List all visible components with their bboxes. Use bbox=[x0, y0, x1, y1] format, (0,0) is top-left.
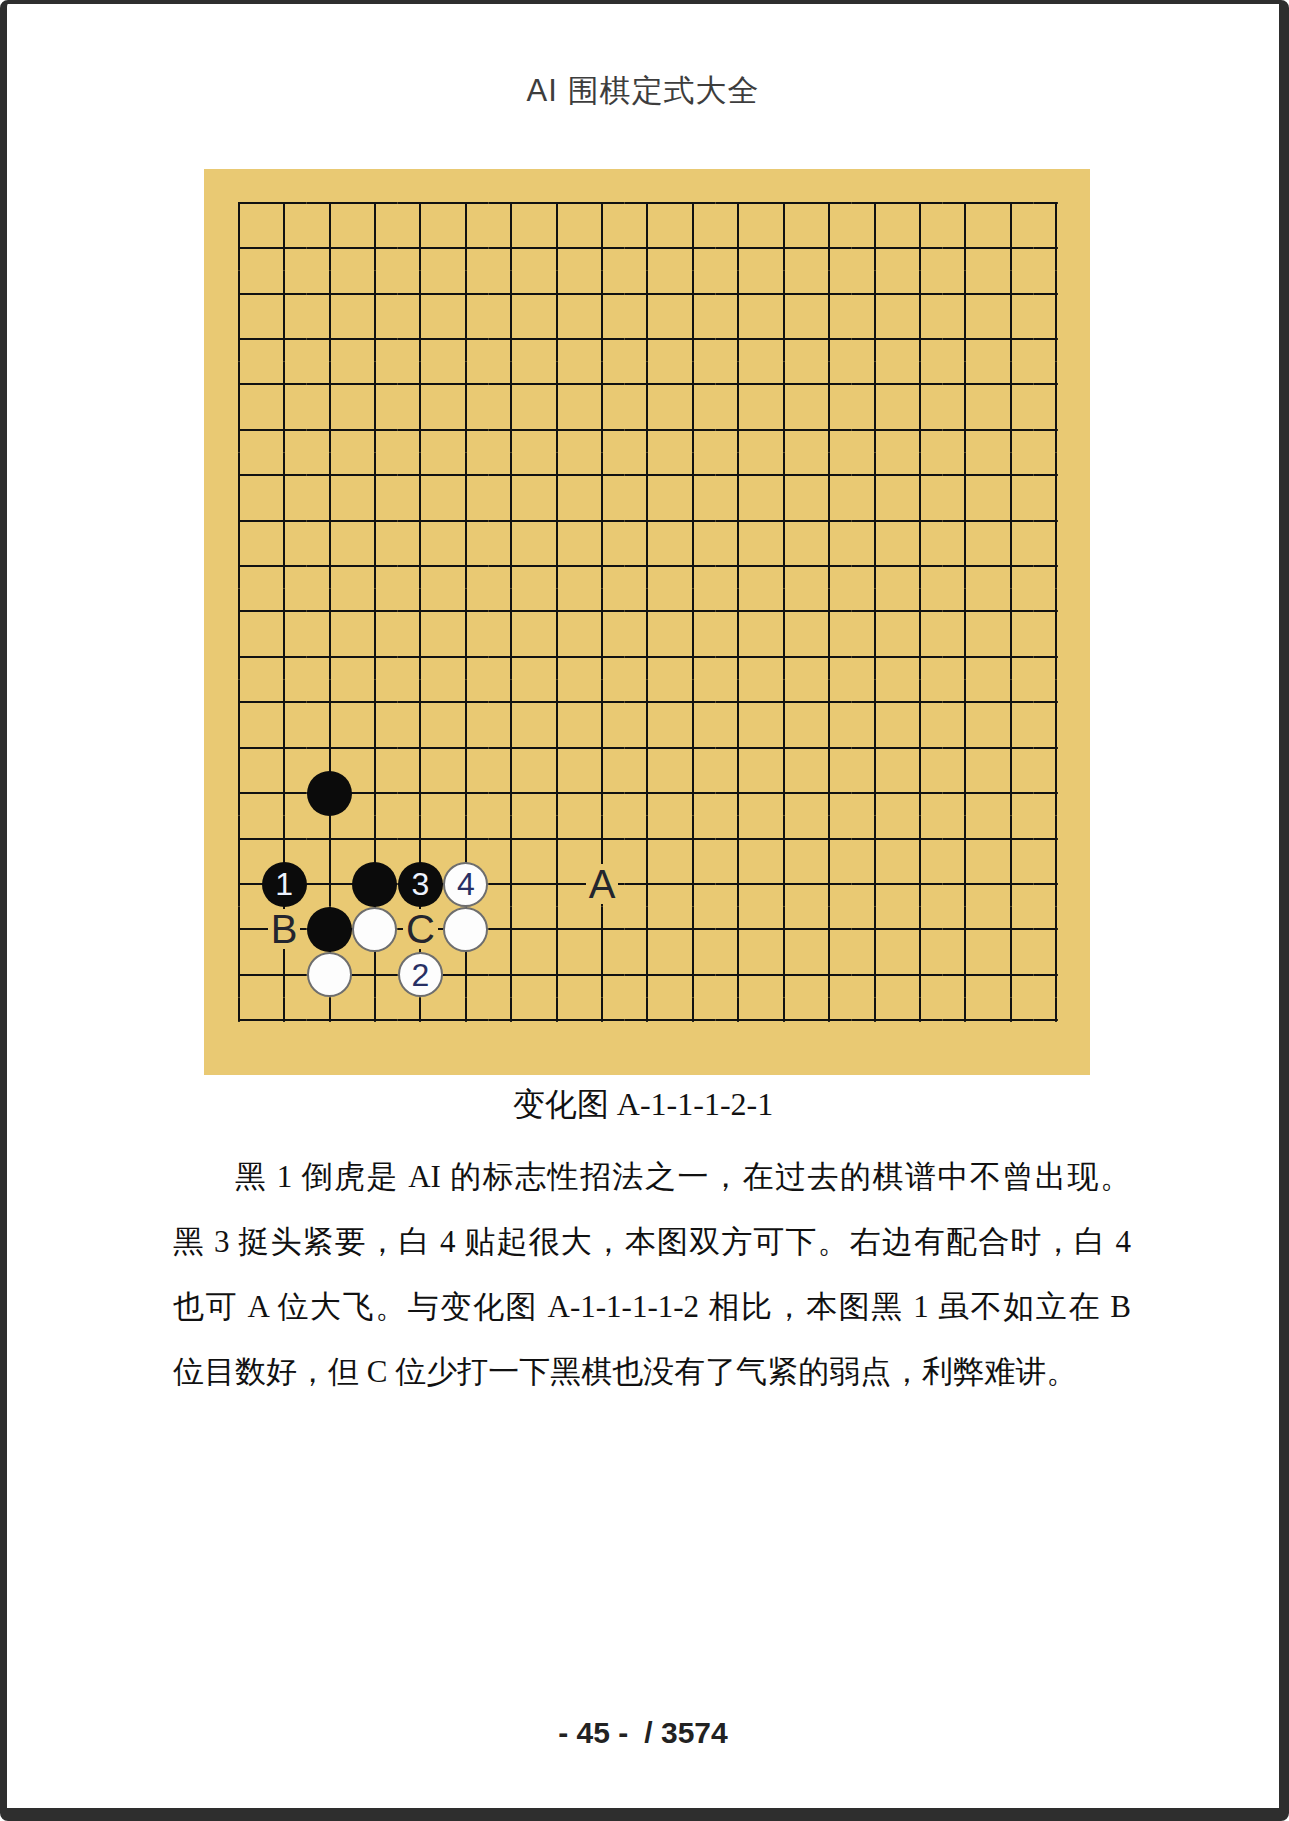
page-header-title: AI 围棋定式大全 bbox=[7, 72, 1279, 110]
board-intersection bbox=[716, 543, 761, 588]
board-intersection bbox=[261, 998, 306, 1043]
board-intersection bbox=[625, 589, 670, 634]
board-intersection bbox=[625, 225, 670, 270]
board-intersection bbox=[443, 998, 488, 1043]
board-intersection bbox=[307, 725, 352, 770]
board-intersection bbox=[625, 998, 670, 1043]
board-intersection bbox=[670, 998, 715, 1043]
board-intersection bbox=[261, 362, 306, 407]
commentary-line: 也可 A 位大飞。与变化图 A-1-1-1-1-2 相比，本图黑 1 虽不如立在… bbox=[173, 1274, 1131, 1339]
board-intersection: 3 bbox=[398, 861, 443, 906]
board-intersection bbox=[988, 907, 1033, 952]
stone-number: 2 bbox=[411, 959, 429, 991]
board-intersection bbox=[761, 907, 806, 952]
board-intersection bbox=[670, 952, 715, 997]
board-intersection bbox=[716, 316, 761, 361]
board-intersection bbox=[988, 225, 1033, 270]
board-intersection bbox=[943, 725, 988, 770]
board-intersection bbox=[988, 180, 1033, 225]
board-intersection bbox=[670, 816, 715, 861]
footer-page-number: - 45 - bbox=[558, 1716, 628, 1750]
board-intersection bbox=[489, 180, 534, 225]
board-intersection bbox=[398, 634, 443, 679]
board-intersection bbox=[352, 316, 397, 361]
stone-number: 4 bbox=[457, 868, 475, 900]
point-label: C bbox=[403, 909, 438, 949]
board-intersection bbox=[579, 680, 624, 725]
board-intersection bbox=[579, 634, 624, 679]
board-intersection bbox=[307, 816, 352, 861]
point-label: A bbox=[586, 864, 619, 904]
board-intersection bbox=[625, 634, 670, 679]
board-intersection bbox=[216, 225, 261, 270]
board-intersection bbox=[716, 634, 761, 679]
board-intersection bbox=[806, 634, 851, 679]
board-intersection bbox=[716, 407, 761, 452]
board-intersection bbox=[352, 453, 397, 498]
board-intersection bbox=[988, 316, 1033, 361]
board-intersection bbox=[534, 861, 579, 906]
board-intersection bbox=[943, 907, 988, 952]
board-intersection bbox=[897, 362, 942, 407]
board-intersection bbox=[670, 316, 715, 361]
board-intersection bbox=[398, 543, 443, 588]
page-footer: - 45 - / 3574 bbox=[7, 1716, 1279, 1750]
board-intersection bbox=[852, 407, 897, 452]
board-intersection bbox=[216, 680, 261, 725]
board-intersection bbox=[1034, 861, 1079, 906]
board-intersection bbox=[1034, 907, 1079, 952]
board-intersection bbox=[534, 770, 579, 815]
board-intersection bbox=[398, 998, 443, 1043]
board-intersection bbox=[1034, 543, 1079, 588]
board-intersection bbox=[988, 634, 1033, 679]
board-intersection bbox=[489, 589, 534, 634]
board-intersection bbox=[716, 952, 761, 997]
board-intersection bbox=[625, 680, 670, 725]
board-intersection bbox=[897, 816, 942, 861]
board-intersection bbox=[852, 271, 897, 316]
board-intersection bbox=[806, 680, 851, 725]
board-intersection bbox=[261, 952, 306, 997]
board-intersection bbox=[443, 271, 488, 316]
board-intersection bbox=[806, 407, 851, 452]
board-intersection bbox=[897, 952, 942, 997]
board-intersection bbox=[852, 816, 897, 861]
board-intersection bbox=[806, 589, 851, 634]
board-intersection bbox=[761, 861, 806, 906]
board-intersection bbox=[670, 225, 715, 270]
board-intersection bbox=[534, 634, 579, 679]
board-intersection bbox=[1034, 498, 1079, 543]
board-intersection bbox=[489, 998, 534, 1043]
board-intersection bbox=[625, 770, 670, 815]
board-intersection bbox=[261, 225, 306, 270]
board-intersection bbox=[943, 543, 988, 588]
board-intersection bbox=[261, 180, 306, 225]
board-intersection bbox=[352, 816, 397, 861]
board-intersection bbox=[489, 952, 534, 997]
board-intersection bbox=[897, 589, 942, 634]
board-intersection bbox=[352, 362, 397, 407]
board-intersection bbox=[443, 498, 488, 543]
board-intersection bbox=[307, 362, 352, 407]
board-intersection bbox=[489, 543, 534, 588]
board-intersection bbox=[670, 589, 715, 634]
board-intersection bbox=[398, 589, 443, 634]
board-intersection bbox=[579, 589, 624, 634]
board-intersection bbox=[852, 362, 897, 407]
board-intersection bbox=[261, 725, 306, 770]
board-intersection bbox=[443, 362, 488, 407]
board-intersection bbox=[398, 453, 443, 498]
board-intersection bbox=[1034, 952, 1079, 997]
board-intersection bbox=[534, 362, 579, 407]
board-intersection bbox=[443, 180, 488, 225]
board-intersection bbox=[988, 770, 1033, 815]
board-intersection bbox=[1034, 816, 1079, 861]
board-intersection bbox=[579, 725, 624, 770]
board-intersection bbox=[943, 498, 988, 543]
board-intersection bbox=[489, 362, 534, 407]
board-intersection bbox=[852, 589, 897, 634]
board-intersection bbox=[307, 225, 352, 270]
board-intersection bbox=[761, 816, 806, 861]
board-intersection bbox=[489, 907, 534, 952]
board-intersection bbox=[307, 589, 352, 634]
board-intersection bbox=[806, 952, 851, 997]
board-intersection bbox=[1034, 316, 1079, 361]
board-intersection bbox=[216, 952, 261, 997]
board-intersection bbox=[716, 453, 761, 498]
board-intersection bbox=[352, 180, 397, 225]
board-intersection bbox=[443, 952, 488, 997]
board-intersection bbox=[625, 543, 670, 588]
board-intersection bbox=[625, 271, 670, 316]
board-intersection bbox=[261, 589, 306, 634]
board-intersection: 4 bbox=[443, 861, 488, 906]
board-intersection bbox=[625, 952, 670, 997]
board-intersection bbox=[716, 362, 761, 407]
board-intersection bbox=[489, 680, 534, 725]
board-intersection bbox=[261, 634, 306, 679]
board-intersection bbox=[897, 725, 942, 770]
board-intersection bbox=[943, 589, 988, 634]
board-intersection bbox=[398, 225, 443, 270]
board-intersection bbox=[761, 271, 806, 316]
board-intersection bbox=[670, 271, 715, 316]
board-intersection bbox=[307, 543, 352, 588]
white-stone bbox=[307, 952, 352, 997]
board-intersection bbox=[534, 407, 579, 452]
board-intersection bbox=[1034, 407, 1079, 452]
board-intersection bbox=[1034, 725, 1079, 770]
board-intersection bbox=[988, 407, 1033, 452]
board-intersection bbox=[761, 498, 806, 543]
footer-total-pages: / 3574 bbox=[644, 1716, 727, 1750]
board-intersection bbox=[670, 907, 715, 952]
board-intersection bbox=[307, 680, 352, 725]
board-intersection bbox=[489, 271, 534, 316]
board-intersection bbox=[943, 952, 988, 997]
board-intersection bbox=[534, 498, 579, 543]
board-intersection bbox=[579, 907, 624, 952]
board-intersection bbox=[307, 316, 352, 361]
black-stone: 1 bbox=[262, 862, 307, 907]
board-intersection bbox=[761, 316, 806, 361]
board-intersection bbox=[398, 498, 443, 543]
board-intersection bbox=[307, 498, 352, 543]
board-intersection bbox=[579, 453, 624, 498]
board-intersection bbox=[761, 407, 806, 452]
board-intersection bbox=[716, 907, 761, 952]
board-intersection bbox=[852, 453, 897, 498]
board-intersection bbox=[443, 816, 488, 861]
board-intersection bbox=[352, 861, 397, 906]
board-intersection bbox=[1034, 180, 1079, 225]
board-intersection bbox=[988, 998, 1033, 1043]
board-intersection bbox=[1034, 634, 1079, 679]
board-intersection bbox=[352, 271, 397, 316]
board-intersection bbox=[443, 407, 488, 452]
board-intersection bbox=[625, 362, 670, 407]
book-page: AI 围棋定式大全 134ABC2 变化图 A-1-1-1-2-1 黑 1 倒虎… bbox=[0, 0, 1289, 1821]
board-intersection bbox=[988, 453, 1033, 498]
board-intersection bbox=[943, 316, 988, 361]
board-intersection bbox=[943, 998, 988, 1043]
board-intersection bbox=[261, 271, 306, 316]
board-intersection bbox=[216, 770, 261, 815]
board-intersection bbox=[398, 316, 443, 361]
board-intersection bbox=[216, 998, 261, 1043]
board-intersection bbox=[261, 816, 306, 861]
board-intersection bbox=[943, 453, 988, 498]
board-intersection bbox=[761, 634, 806, 679]
board-intersection bbox=[443, 225, 488, 270]
board-intersection bbox=[806, 180, 851, 225]
board-intersection bbox=[579, 271, 624, 316]
board-intersection bbox=[761, 952, 806, 997]
board-intersection bbox=[625, 816, 670, 861]
board-intersection bbox=[307, 952, 352, 997]
board-intersection bbox=[307, 998, 352, 1043]
board-intersection bbox=[806, 225, 851, 270]
board-intersection bbox=[1034, 998, 1079, 1043]
board-intersection bbox=[534, 453, 579, 498]
board-intersection bbox=[352, 407, 397, 452]
board-intersection bbox=[534, 952, 579, 997]
go-board: 134ABC2 bbox=[204, 169, 1090, 1075]
board-intersection: B bbox=[261, 907, 306, 952]
board-intersection bbox=[625, 861, 670, 906]
board-intersection bbox=[806, 271, 851, 316]
board-intersection bbox=[352, 634, 397, 679]
board-intersection bbox=[261, 316, 306, 361]
stone-number: 3 bbox=[411, 868, 429, 900]
board-intersection bbox=[943, 770, 988, 815]
board-intersection bbox=[625, 725, 670, 770]
board-intersection bbox=[534, 180, 579, 225]
board-intersection bbox=[761, 543, 806, 588]
board-intersection bbox=[443, 589, 488, 634]
board-intersection bbox=[943, 362, 988, 407]
board-intersection bbox=[261, 680, 306, 725]
board-intersection bbox=[443, 680, 488, 725]
board-intersection: C bbox=[398, 907, 443, 952]
board-intersection bbox=[988, 589, 1033, 634]
board-intersection bbox=[897, 680, 942, 725]
board-intersection bbox=[625, 453, 670, 498]
board-intersection bbox=[579, 225, 624, 270]
board-intersection bbox=[579, 316, 624, 361]
board-intersection bbox=[352, 952, 397, 997]
board-intersection bbox=[943, 225, 988, 270]
board-intersection bbox=[443, 770, 488, 815]
board-intersection bbox=[806, 907, 851, 952]
board-intersection bbox=[852, 952, 897, 997]
board-intersection bbox=[489, 770, 534, 815]
board-intersection bbox=[943, 680, 988, 725]
board-intersection bbox=[625, 907, 670, 952]
board-intersection bbox=[625, 498, 670, 543]
board-intersection bbox=[806, 498, 851, 543]
board-intersection bbox=[852, 543, 897, 588]
board-intersection bbox=[216, 907, 261, 952]
board-intersection bbox=[443, 725, 488, 770]
board-intersection bbox=[579, 498, 624, 543]
board-intersection bbox=[579, 407, 624, 452]
board-intersection bbox=[943, 634, 988, 679]
board-intersection bbox=[216, 589, 261, 634]
board-intersection bbox=[806, 816, 851, 861]
board-intersection bbox=[352, 543, 397, 588]
board-intersection bbox=[534, 998, 579, 1043]
board-intersection bbox=[443, 907, 488, 952]
board-intersection bbox=[716, 680, 761, 725]
board-intersection bbox=[988, 816, 1033, 861]
commentary-line: 黑 1 倒虎是 AI 的标志性招法之一，在过去的棋谱中不曾出现。 bbox=[173, 1144, 1131, 1209]
board-intersection bbox=[897, 770, 942, 815]
board-intersection bbox=[534, 316, 579, 361]
board-intersection bbox=[988, 680, 1033, 725]
board-intersection bbox=[943, 180, 988, 225]
board-intersection bbox=[716, 770, 761, 815]
board-intersection bbox=[806, 453, 851, 498]
board-intersection bbox=[489, 407, 534, 452]
board-intersection bbox=[261, 543, 306, 588]
board-intersection bbox=[443, 634, 488, 679]
board-intersection bbox=[988, 543, 1033, 588]
board-intersection bbox=[625, 180, 670, 225]
board-intersection bbox=[489, 861, 534, 906]
board-intersection bbox=[216, 498, 261, 543]
board-intersection bbox=[352, 725, 397, 770]
board-intersection bbox=[761, 362, 806, 407]
board-intersection bbox=[307, 180, 352, 225]
board-intersection bbox=[761, 680, 806, 725]
board-intersection bbox=[852, 861, 897, 906]
board-intersection bbox=[307, 861, 352, 906]
board-intersection bbox=[716, 816, 761, 861]
board-intersection bbox=[806, 998, 851, 1043]
board-intersection bbox=[489, 225, 534, 270]
board-intersection bbox=[852, 180, 897, 225]
board-intersection: A bbox=[579, 861, 624, 906]
board-intersection bbox=[852, 770, 897, 815]
board-intersection bbox=[716, 271, 761, 316]
board-intersection bbox=[716, 498, 761, 543]
board-intersection bbox=[1034, 362, 1079, 407]
board-intersection bbox=[761, 998, 806, 1043]
board-intersection bbox=[352, 225, 397, 270]
board-intersection bbox=[852, 680, 897, 725]
board-intersection bbox=[579, 998, 624, 1043]
board-intersection bbox=[988, 725, 1033, 770]
board-intersection bbox=[398, 180, 443, 225]
board-intersection bbox=[806, 362, 851, 407]
board-intersection bbox=[988, 952, 1033, 997]
white-stone bbox=[443, 907, 488, 952]
board-intersection bbox=[216, 543, 261, 588]
board-intersection bbox=[852, 316, 897, 361]
diagram-caption: 变化图 A-1-1-1-2-1 bbox=[7, 1086, 1279, 1122]
board-intersection bbox=[670, 180, 715, 225]
board-intersection bbox=[897, 271, 942, 316]
commentary-paragraph: 黑 1 倒虎是 AI 的标志性招法之一，在过去的棋谱中不曾出现。黑 3 挺头紧要… bbox=[173, 1144, 1131, 1404]
board-intersection bbox=[1034, 770, 1079, 815]
board-intersection bbox=[398, 680, 443, 725]
board-intersection bbox=[534, 225, 579, 270]
board-intersection bbox=[897, 543, 942, 588]
board-intersection bbox=[716, 998, 761, 1043]
board-intersection bbox=[534, 907, 579, 952]
board-intersection bbox=[216, 725, 261, 770]
board-intersection bbox=[216, 271, 261, 316]
board-intersection bbox=[1034, 453, 1079, 498]
board-intersection bbox=[897, 316, 942, 361]
board-intersection bbox=[534, 725, 579, 770]
board-intersection bbox=[579, 770, 624, 815]
board-intersection bbox=[307, 634, 352, 679]
board-intersection bbox=[897, 453, 942, 498]
board-intersection bbox=[579, 543, 624, 588]
black-stone bbox=[352, 862, 397, 907]
board-intersection bbox=[534, 589, 579, 634]
board-intersection bbox=[261, 498, 306, 543]
board-intersection bbox=[352, 589, 397, 634]
board-intersection bbox=[670, 680, 715, 725]
board-intersection bbox=[806, 316, 851, 361]
board-intersection bbox=[988, 362, 1033, 407]
board-intersection bbox=[352, 998, 397, 1043]
board-intersection bbox=[943, 816, 988, 861]
board-intersection bbox=[897, 861, 942, 906]
board-intersection bbox=[579, 952, 624, 997]
board-intersection bbox=[761, 180, 806, 225]
board-intersection bbox=[216, 634, 261, 679]
board-intersection bbox=[625, 316, 670, 361]
board-intersection bbox=[988, 498, 1033, 543]
board-intersection bbox=[761, 770, 806, 815]
board-intersection bbox=[352, 680, 397, 725]
board-intersection bbox=[852, 998, 897, 1043]
black-stone bbox=[307, 771, 352, 816]
board-intersection bbox=[534, 816, 579, 861]
board-intersection bbox=[761, 453, 806, 498]
board-intersection bbox=[670, 770, 715, 815]
commentary-line: 位目数好，但 C 位少打一下黑棋也没有了气紧的弱点，利弊难讲。 bbox=[173, 1339, 1131, 1404]
board-intersection bbox=[670, 498, 715, 543]
